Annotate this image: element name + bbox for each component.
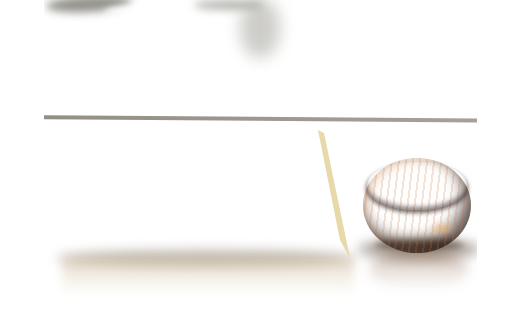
go-stone-bowl xyxy=(363,158,471,253)
photo-frame xyxy=(44,0,477,323)
board-reflection xyxy=(62,258,354,294)
wall xyxy=(44,0,477,121)
bowl-specular-highlight xyxy=(428,221,456,236)
bowl-reflection xyxy=(370,248,468,290)
